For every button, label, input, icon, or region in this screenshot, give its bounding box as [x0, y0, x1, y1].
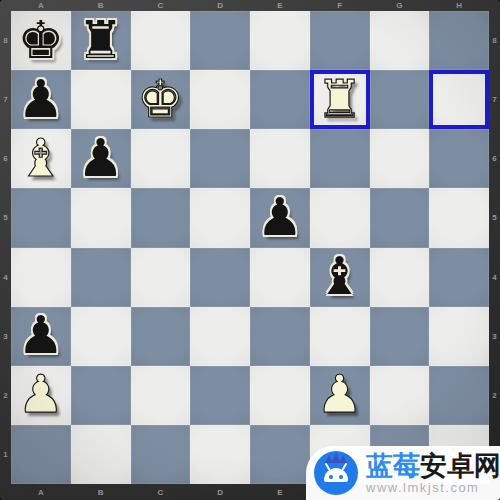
piece-black-pawn[interactable]: ♟	[18, 309, 65, 361]
square-d2[interactable]	[190, 366, 250, 425]
file-label-g: G	[370, 0, 430, 11]
square-f4[interactable]: ♝	[310, 248, 370, 307]
piece-black-rook[interactable]: ♜	[77, 14, 124, 66]
chess-board: ♚♜♟♚♜♝♟♟♝♟♟♟	[11, 11, 489, 484]
square-b7[interactable]	[71, 70, 131, 129]
brand-part2: 安卓网	[420, 450, 500, 481]
square-b1[interactable]	[71, 425, 131, 484]
square-a1[interactable]	[11, 425, 71, 484]
square-e4[interactable]	[250, 248, 310, 307]
file-label-d: D	[190, 484, 250, 500]
square-h4[interactable]	[429, 248, 489, 307]
rank-label-2: 2	[0, 366, 11, 425]
square-d7[interactable]	[190, 70, 250, 129]
square-g6[interactable]	[370, 129, 430, 188]
square-f8[interactable]	[310, 11, 370, 70]
square-a3[interactable]: ♟	[11, 307, 71, 366]
square-b5[interactable]	[71, 188, 131, 247]
watermark-text: 蓝莓安卓网 www.lmkjst.com	[366, 452, 500, 494]
rank-label-7: 7	[489, 70, 500, 129]
square-c6[interactable]	[131, 129, 191, 188]
piece-black-pawn[interactable]: ♟	[77, 132, 124, 184]
square-a7[interactable]: ♟	[11, 70, 71, 129]
piece-black-pawn[interactable]: ♟	[257, 191, 304, 243]
square-d6[interactable]	[190, 129, 250, 188]
square-e8[interactable]	[250, 11, 310, 70]
file-label-e: E	[250, 484, 310, 500]
file-label-b: B	[71, 484, 131, 500]
square-e3[interactable]	[250, 307, 310, 366]
file-label-a: A	[11, 484, 71, 500]
file-label-d: D	[190, 0, 250, 11]
chess-board-screenshot: ABCDEFGH ABCDEFGH 87654321 87654321 ♚♜♟♚…	[0, 0, 500, 500]
square-a5[interactable]	[11, 188, 71, 247]
rank-label-2: 2	[489, 366, 500, 425]
square-b4[interactable]	[71, 248, 131, 307]
square-h6[interactable]	[429, 129, 489, 188]
piece-white-king[interactable]: ♚	[137, 73, 184, 125]
rank-label-5: 5	[0, 188, 11, 247]
rank-labels-left: 87654321	[0, 11, 11, 484]
square-e1[interactable]	[250, 425, 310, 484]
square-d4[interactable]	[190, 248, 250, 307]
piece-black-bishop[interactable]: ♝	[316, 250, 363, 302]
square-b6[interactable]: ♟	[71, 129, 131, 188]
piece-white-rook[interactable]: ♜	[316, 73, 363, 125]
piece-white-pawn[interactable]: ♟	[316, 368, 363, 420]
rank-label-6: 6	[0, 129, 11, 188]
square-e7[interactable]	[250, 70, 310, 129]
rank-labels-right: 87654321	[489, 11, 500, 484]
square-c1[interactable]	[131, 425, 191, 484]
square-b2[interactable]	[71, 366, 131, 425]
square-c4[interactable]	[131, 248, 191, 307]
file-label-f: F	[310, 0, 370, 11]
square-g4[interactable]	[370, 248, 430, 307]
square-h5[interactable]	[429, 188, 489, 247]
square-a6[interactable]: ♝	[11, 129, 71, 188]
square-d3[interactable]	[190, 307, 250, 366]
square-c5[interactable]	[131, 188, 191, 247]
file-label-c: C	[131, 0, 191, 11]
square-f5[interactable]	[310, 188, 370, 247]
square-e6[interactable]	[250, 129, 310, 188]
square-d5[interactable]	[190, 188, 250, 247]
square-d1[interactable]	[190, 425, 250, 484]
square-c2[interactable]	[131, 366, 191, 425]
square-a4[interactable]	[11, 248, 71, 307]
square-g8[interactable]	[370, 11, 430, 70]
square-f6[interactable]	[310, 129, 370, 188]
piece-white-pawn[interactable]: ♟	[18, 368, 65, 420]
file-label-e: E	[250, 0, 310, 11]
rank-label-1: 1	[0, 425, 11, 484]
square-c7[interactable]: ♚	[131, 70, 191, 129]
square-h2[interactable]	[429, 366, 489, 425]
rank-label-7: 7	[0, 70, 11, 129]
square-e5[interactable]: ♟	[250, 188, 310, 247]
square-b8[interactable]: ♜	[71, 11, 131, 70]
piece-white-bishop[interactable]: ♝	[18, 132, 65, 184]
square-h3[interactable]	[429, 307, 489, 366]
square-b3[interactable]	[71, 307, 131, 366]
rank-label-8: 8	[0, 11, 11, 70]
watermark-brand: 蓝莓安卓网	[366, 452, 500, 479]
file-label-h: H	[429, 0, 489, 11]
square-g2[interactable]	[370, 366, 430, 425]
piece-black-king[interactable]: ♚	[18, 14, 65, 66]
square-g5[interactable]	[370, 188, 430, 247]
watermark-url: www.lmkjst.com	[366, 481, 500, 494]
android-robot-icon	[313, 450, 359, 496]
square-f7[interactable]: ♜	[310, 70, 370, 129]
file-label-c: C	[131, 484, 191, 500]
piece-black-pawn[interactable]: ♟	[18, 73, 65, 125]
square-g3[interactable]	[370, 307, 430, 366]
rank-label-6: 6	[489, 129, 500, 188]
square-g7[interactable]	[370, 70, 430, 129]
rank-label-3: 3	[0, 307, 11, 366]
square-c3[interactable]	[131, 307, 191, 366]
rank-label-4: 4	[0, 248, 11, 307]
square-a2[interactable]: ♟	[11, 366, 71, 425]
square-h8[interactable]	[429, 11, 489, 70]
rank-label-4: 4	[489, 248, 500, 307]
rank-label-3: 3	[489, 307, 500, 366]
square-a8[interactable]: ♚	[11, 11, 71, 70]
square-f3[interactable]	[310, 307, 370, 366]
square-c8[interactable]	[131, 11, 191, 70]
rank-label-8: 8	[489, 11, 500, 70]
square-e2[interactable]	[250, 366, 310, 425]
square-f2[interactable]: ♟	[310, 366, 370, 425]
brand-part1: 蓝莓	[366, 450, 420, 481]
rank-label-5: 5	[489, 188, 500, 247]
square-h7[interactable]	[429, 70, 489, 129]
watermark-banner: 蓝莓安卓网 www.lmkjst.com	[306, 446, 500, 500]
square-d8[interactable]	[190, 11, 250, 70]
